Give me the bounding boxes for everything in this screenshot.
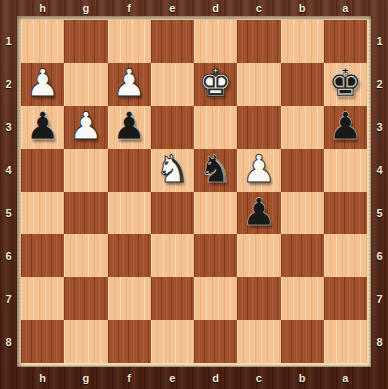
piece-black-pawn[interactable]: ♟	[112, 107, 146, 145]
square-c7[interactable]	[237, 277, 280, 320]
file-label-bottom-g: g	[64, 367, 107, 389]
file-labels-bottom: hgfedcba	[21, 367, 367, 389]
square-d1[interactable]	[194, 20, 237, 63]
square-e2[interactable]	[151, 63, 194, 106]
square-a1[interactable]	[324, 20, 367, 63]
square-b7[interactable]	[281, 277, 324, 320]
file-label-top-f: f	[108, 0, 151, 16]
square-f5[interactable]	[108, 192, 151, 235]
square-a2[interactable]: ♚	[324, 63, 367, 106]
rank-label-left-3: 3	[0, 106, 17, 149]
file-labels-top: hgfedcba	[21, 0, 367, 16]
rank-label-right-7: 7	[371, 277, 388, 320]
file-label-top-e: e	[151, 0, 194, 16]
piece-black-pawn[interactable]: ♟	[26, 107, 60, 145]
file-label-top-b: b	[281, 0, 324, 16]
square-d2[interactable]: ♚	[194, 63, 237, 106]
square-e4[interactable]: ♞	[151, 149, 194, 192]
square-e6[interactable]	[151, 234, 194, 277]
square-c1[interactable]	[237, 20, 280, 63]
file-label-bottom-e: e	[151, 367, 194, 389]
rank-label-left-5: 5	[0, 192, 17, 235]
square-d4[interactable]: ♞	[194, 149, 237, 192]
square-f6[interactable]	[108, 234, 151, 277]
square-h4[interactable]	[21, 149, 64, 192]
piece-black-pawn[interactable]: ♟	[242, 193, 276, 231]
square-c2[interactable]	[237, 63, 280, 106]
square-d6[interactable]	[194, 234, 237, 277]
square-e5[interactable]	[151, 192, 194, 235]
board-grid: ♟♟♚♚♟♟♟♟♞♞♟♟	[21, 20, 367, 363]
rank-label-right-6: 6	[371, 234, 388, 277]
square-g7[interactable]	[64, 277, 107, 320]
square-b1[interactable]	[281, 20, 324, 63]
square-h7[interactable]	[21, 277, 64, 320]
square-b8[interactable]	[281, 320, 324, 363]
square-d7[interactable]	[194, 277, 237, 320]
square-b3[interactable]	[281, 106, 324, 149]
square-a3[interactable]: ♟	[324, 106, 367, 149]
rank-label-left-6: 6	[0, 234, 17, 277]
square-b2[interactable]	[281, 63, 324, 106]
piece-black-pawn[interactable]: ♟	[328, 107, 362, 145]
square-c8[interactable]	[237, 320, 280, 363]
square-h6[interactable]	[21, 234, 64, 277]
file-label-bottom-c: c	[237, 367, 280, 389]
piece-white-pawn[interactable]: ♟	[112, 64, 146, 102]
file-label-top-g: g	[64, 0, 107, 16]
square-f3[interactable]: ♟	[108, 106, 151, 149]
rank-label-right-5: 5	[371, 192, 388, 235]
file-label-bottom-f: f	[108, 367, 151, 389]
square-d5[interactable]	[194, 192, 237, 235]
file-label-top-c: c	[237, 0, 280, 16]
square-h2[interactable]: ♟	[21, 63, 64, 106]
rank-label-left-2: 2	[0, 63, 17, 106]
square-g1[interactable]	[64, 20, 107, 63]
square-b4[interactable]	[281, 149, 324, 192]
piece-white-pawn[interactable]: ♟	[26, 64, 60, 102]
square-f7[interactable]	[108, 277, 151, 320]
square-a4[interactable]	[324, 149, 367, 192]
rank-label-right-1: 1	[371, 20, 388, 63]
file-label-top-h: h	[21, 0, 64, 16]
board-frame: ♟♟♚♚♟♟♟♟♞♞♟♟	[17, 16, 371, 367]
square-a6[interactable]	[324, 234, 367, 277]
square-a8[interactable]	[324, 320, 367, 363]
file-label-bottom-h: h	[21, 367, 64, 389]
rank-labels-left: 12345678	[0, 20, 17, 363]
rank-label-left-8: 8	[0, 320, 17, 363]
file-label-bottom-a: a	[324, 367, 367, 389]
square-e1[interactable]	[151, 20, 194, 63]
square-e8[interactable]	[151, 320, 194, 363]
square-c4[interactable]: ♟	[237, 149, 280, 192]
square-e3[interactable]	[151, 106, 194, 149]
square-a5[interactable]	[324, 192, 367, 235]
square-b6[interactable]	[281, 234, 324, 277]
piece-white-knight[interactable]: ♞	[155, 150, 189, 188]
square-c5[interactable]: ♟	[237, 192, 280, 235]
square-c6[interactable]	[237, 234, 280, 277]
rank-label-left-4: 4	[0, 149, 17, 192]
square-g5[interactable]	[64, 192, 107, 235]
square-g2[interactable]	[64, 63, 107, 106]
square-g6[interactable]	[64, 234, 107, 277]
square-h8[interactable]	[21, 320, 64, 363]
piece-white-king[interactable]: ♚	[199, 64, 233, 102]
piece-black-knight[interactable]: ♞	[199, 150, 233, 188]
file-label-bottom-d: d	[194, 367, 237, 389]
file-label-top-d: d	[194, 0, 237, 16]
rank-label-right-3: 3	[371, 106, 388, 149]
chess-board: hgfedcba hgfedcba 12345678 12345678 ♟♟♚♚…	[0, 0, 388, 389]
rank-label-right-4: 4	[371, 149, 388, 192]
square-g3[interactable]: ♟	[64, 106, 107, 149]
square-h3[interactable]: ♟	[21, 106, 64, 149]
piece-black-king[interactable]: ♚	[328, 64, 362, 102]
square-h1[interactable]	[21, 20, 64, 63]
rank-labels-right: 12345678	[371, 20, 388, 363]
file-label-top-a: a	[324, 0, 367, 16]
square-h5[interactable]	[21, 192, 64, 235]
square-e7[interactable]	[151, 277, 194, 320]
rank-label-left-7: 7	[0, 277, 17, 320]
piece-white-pawn[interactable]: ♟	[69, 107, 103, 145]
square-d3[interactable]	[194, 106, 237, 149]
file-label-bottom-b: b	[281, 367, 324, 389]
rank-label-right-8: 8	[371, 320, 388, 363]
square-f1[interactable]	[108, 20, 151, 63]
square-c3[interactable]	[237, 106, 280, 149]
square-g4[interactable]	[64, 149, 107, 192]
rank-label-right-2: 2	[371, 63, 388, 106]
square-f2[interactable]: ♟	[108, 63, 151, 106]
square-a7[interactable]	[324, 277, 367, 320]
square-d8[interactable]	[194, 320, 237, 363]
square-b5[interactable]	[281, 192, 324, 235]
square-f8[interactable]	[108, 320, 151, 363]
rank-label-left-1: 1	[0, 20, 17, 63]
square-g8[interactable]	[64, 320, 107, 363]
square-f4[interactable]	[108, 149, 151, 192]
piece-white-pawn[interactable]: ♟	[242, 150, 276, 188]
